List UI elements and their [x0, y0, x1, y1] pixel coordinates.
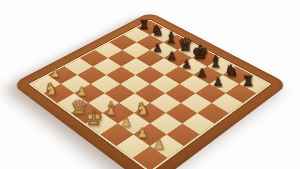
square-d4	[120, 75, 150, 93]
chess-set-photo: ♜♞♝♛♚♝♞♜♟♟♟♟♟♞♟♟♝♟♟♟♞♛♚	[0, 0, 300, 169]
piece-black-rook-h8[interactable]: ♜	[237, 74, 258, 88]
board-grid: ♜♞♝♛♚♝♞♜♟♟♟♟♟♞♟♟♝♟♟♟♞♛♚	[31, 21, 269, 169]
piece-white-knight-b1[interactable]: ♞	[41, 81, 63, 97]
square-e5	[150, 75, 180, 93]
piece-white-pawn-h2[interactable]: ♟	[147, 138, 171, 152]
board-field: ♜♞♝♛♚♝♞♜♟♟♟♟♟♞♟♟♝♟♟♟♞♛♚	[28, 20, 271, 169]
piece-white-pawn-a2[interactable]: ♟	[45, 67, 66, 79]
chess-board: ♜♞♝♛♚♝♞♜♟♟♟♟♟♞♟♟♝♟♟♟♞♛♚	[11, 12, 288, 169]
piece-white-king-e1[interactable]: ♚	[82, 107, 105, 129]
piece-black-pawn-g7[interactable]: ♟	[208, 76, 229, 88]
board-frame: ♜♞♝♛♚♝♞♜♟♟♟♟♟♞♟♟♝♟♟♟♞♛♚	[11, 12, 288, 169]
